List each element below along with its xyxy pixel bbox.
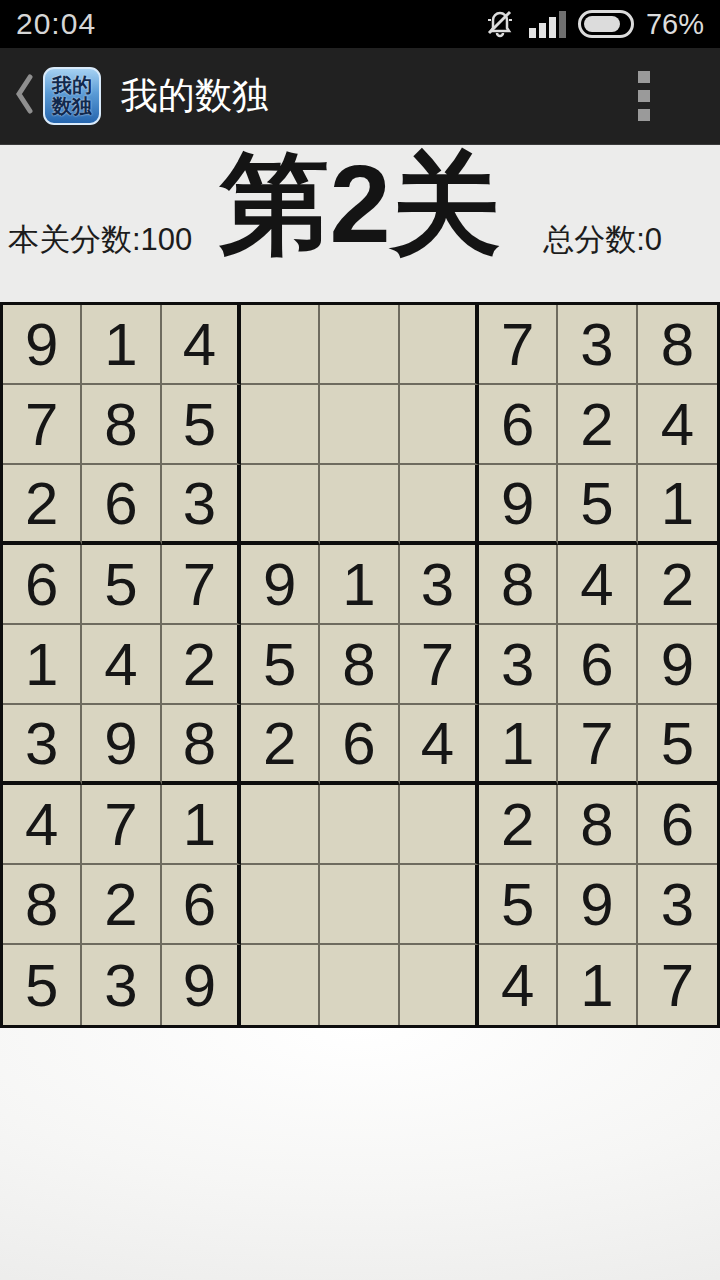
cell-r4c6: 3 bbox=[400, 545, 479, 625]
cell-r1c1: 9 bbox=[3, 305, 82, 385]
screen: 20:04 76% 我的 数 bbox=[0, 0, 720, 1280]
cell-r2c1: 7 bbox=[3, 385, 82, 465]
cell-r4c2: 5 bbox=[82, 545, 161, 625]
cell-r9c4[interactable] bbox=[241, 945, 320, 1025]
app-icon-text-top: 我的 bbox=[52, 75, 92, 96]
cell-r5c9: 9 bbox=[638, 625, 717, 705]
cell-r4c7: 8 bbox=[479, 545, 558, 625]
cell-r7c7: 2 bbox=[479, 785, 558, 865]
cell-r9c7: 4 bbox=[479, 945, 558, 1025]
footer-area bbox=[0, 1028, 720, 1280]
cell-r6c7: 1 bbox=[479, 705, 558, 785]
cell-r2c7: 6 bbox=[479, 385, 558, 465]
cell-r6c9: 5 bbox=[638, 705, 717, 785]
cell-r3c2: 6 bbox=[82, 465, 161, 545]
cell-r1c5[interactable] bbox=[320, 305, 399, 385]
cell-r1c9: 8 bbox=[638, 305, 717, 385]
cell-r5c7: 3 bbox=[479, 625, 558, 705]
cell-r8c7: 5 bbox=[479, 865, 558, 945]
cell-r4c4: 9 bbox=[241, 545, 320, 625]
cell-r4c5: 1 bbox=[320, 545, 399, 625]
back-button[interactable] bbox=[14, 68, 35, 124]
cell-r5c2: 4 bbox=[82, 625, 161, 705]
cell-r4c9: 2 bbox=[638, 545, 717, 625]
cell-r9c9: 7 bbox=[638, 945, 717, 1025]
status-bar: 20:04 76% bbox=[0, 0, 720, 48]
status-icons: 76% bbox=[483, 6, 704, 42]
cell-r9c6[interactable] bbox=[400, 945, 479, 1025]
cell-r7c9: 6 bbox=[638, 785, 717, 865]
cell-r8c2: 2 bbox=[82, 865, 161, 945]
mute-icon bbox=[483, 6, 517, 42]
cell-r3c4[interactable] bbox=[241, 465, 320, 545]
cell-r2c9: 4 bbox=[638, 385, 717, 465]
cell-r8c4[interactable] bbox=[241, 865, 320, 945]
cell-r2c4[interactable] bbox=[241, 385, 320, 465]
cell-r2c8: 2 bbox=[558, 385, 637, 465]
cell-r5c1: 1 bbox=[3, 625, 82, 705]
cell-r9c2: 3 bbox=[82, 945, 161, 1025]
cell-r3c9: 1 bbox=[638, 465, 717, 545]
cell-r6c5: 6 bbox=[320, 705, 399, 785]
cell-r6c2: 9 bbox=[82, 705, 161, 785]
cell-r1c2: 1 bbox=[82, 305, 161, 385]
cell-r5c5: 8 bbox=[320, 625, 399, 705]
cell-r7c2: 7 bbox=[82, 785, 161, 865]
cell-r8c3: 6 bbox=[162, 865, 241, 945]
clock: 20:04 bbox=[16, 7, 96, 41]
cell-r7c8: 8 bbox=[558, 785, 637, 865]
cell-r6c4: 2 bbox=[241, 705, 320, 785]
cell-r3c5[interactable] bbox=[320, 465, 399, 545]
cell-r4c3: 7 bbox=[162, 545, 241, 625]
cell-r2c6[interactable] bbox=[400, 385, 479, 465]
cell-r7c1: 4 bbox=[3, 785, 82, 865]
cell-r5c4: 5 bbox=[241, 625, 320, 705]
cell-r6c3: 8 bbox=[162, 705, 241, 785]
cell-r9c3: 9 bbox=[162, 945, 241, 1025]
cell-r7c6[interactable] bbox=[400, 785, 479, 865]
cell-r5c6: 7 bbox=[400, 625, 479, 705]
cell-r3c6[interactable] bbox=[400, 465, 479, 545]
score-header: 第2关 本关分数:100 总分数:0 bbox=[0, 145, 720, 302]
cell-r8c6[interactable] bbox=[400, 865, 479, 945]
cell-r1c6[interactable] bbox=[400, 305, 479, 385]
page-title: 我的数独 bbox=[121, 71, 269, 121]
app-icon: 我的 数独 bbox=[43, 67, 101, 125]
cell-r3c3: 3 bbox=[162, 465, 241, 545]
overflow-menu-button[interactable] bbox=[632, 65, 656, 127]
cell-r8c1: 8 bbox=[3, 865, 82, 945]
cell-r6c1: 3 bbox=[3, 705, 82, 785]
battery-percent: 76% bbox=[646, 8, 704, 41]
cell-r5c3: 2 bbox=[162, 625, 241, 705]
sudoku-board: 9147387856242639516579138421425873693982… bbox=[0, 302, 720, 1028]
cell-r3c8: 5 bbox=[558, 465, 637, 545]
cell-r1c4[interactable] bbox=[241, 305, 320, 385]
cell-r9c8: 1 bbox=[558, 945, 637, 1025]
cell-r2c5[interactable] bbox=[320, 385, 399, 465]
cell-r9c5[interactable] bbox=[320, 945, 399, 1025]
signal-strength-icon bbox=[529, 10, 566, 38]
cell-r9c1: 5 bbox=[3, 945, 82, 1025]
cell-r8c8: 9 bbox=[558, 865, 637, 945]
cell-r4c8: 4 bbox=[558, 545, 637, 625]
cell-r2c2: 8 bbox=[82, 385, 161, 465]
total-score-label: 总分数:0 bbox=[543, 219, 662, 261]
cell-r6c6: 4 bbox=[400, 705, 479, 785]
cell-r1c8: 3 bbox=[558, 305, 637, 385]
app-icon-text-bottom: 数独 bbox=[52, 96, 92, 117]
cell-r4c1: 6 bbox=[3, 545, 82, 625]
cell-r7c4[interactable] bbox=[241, 785, 320, 865]
cell-r6c8: 7 bbox=[558, 705, 637, 785]
cell-r3c1: 2 bbox=[3, 465, 82, 545]
chevron-left-icon bbox=[16, 74, 33, 118]
cell-r1c7: 7 bbox=[479, 305, 558, 385]
level-score-label: 本关分数:100 bbox=[8, 219, 192, 261]
cell-r8c5[interactable] bbox=[320, 865, 399, 945]
cell-r5c8: 6 bbox=[558, 625, 637, 705]
cell-r8c9: 3 bbox=[638, 865, 717, 945]
cell-r7c5[interactable] bbox=[320, 785, 399, 865]
cell-r1c3: 4 bbox=[162, 305, 241, 385]
cell-r3c7: 9 bbox=[479, 465, 558, 545]
battery-icon bbox=[578, 10, 634, 38]
app-bar: 我的 数独 我的数独 bbox=[0, 48, 720, 145]
cell-r2c3: 5 bbox=[162, 385, 241, 465]
cell-r7c3: 1 bbox=[162, 785, 241, 865]
